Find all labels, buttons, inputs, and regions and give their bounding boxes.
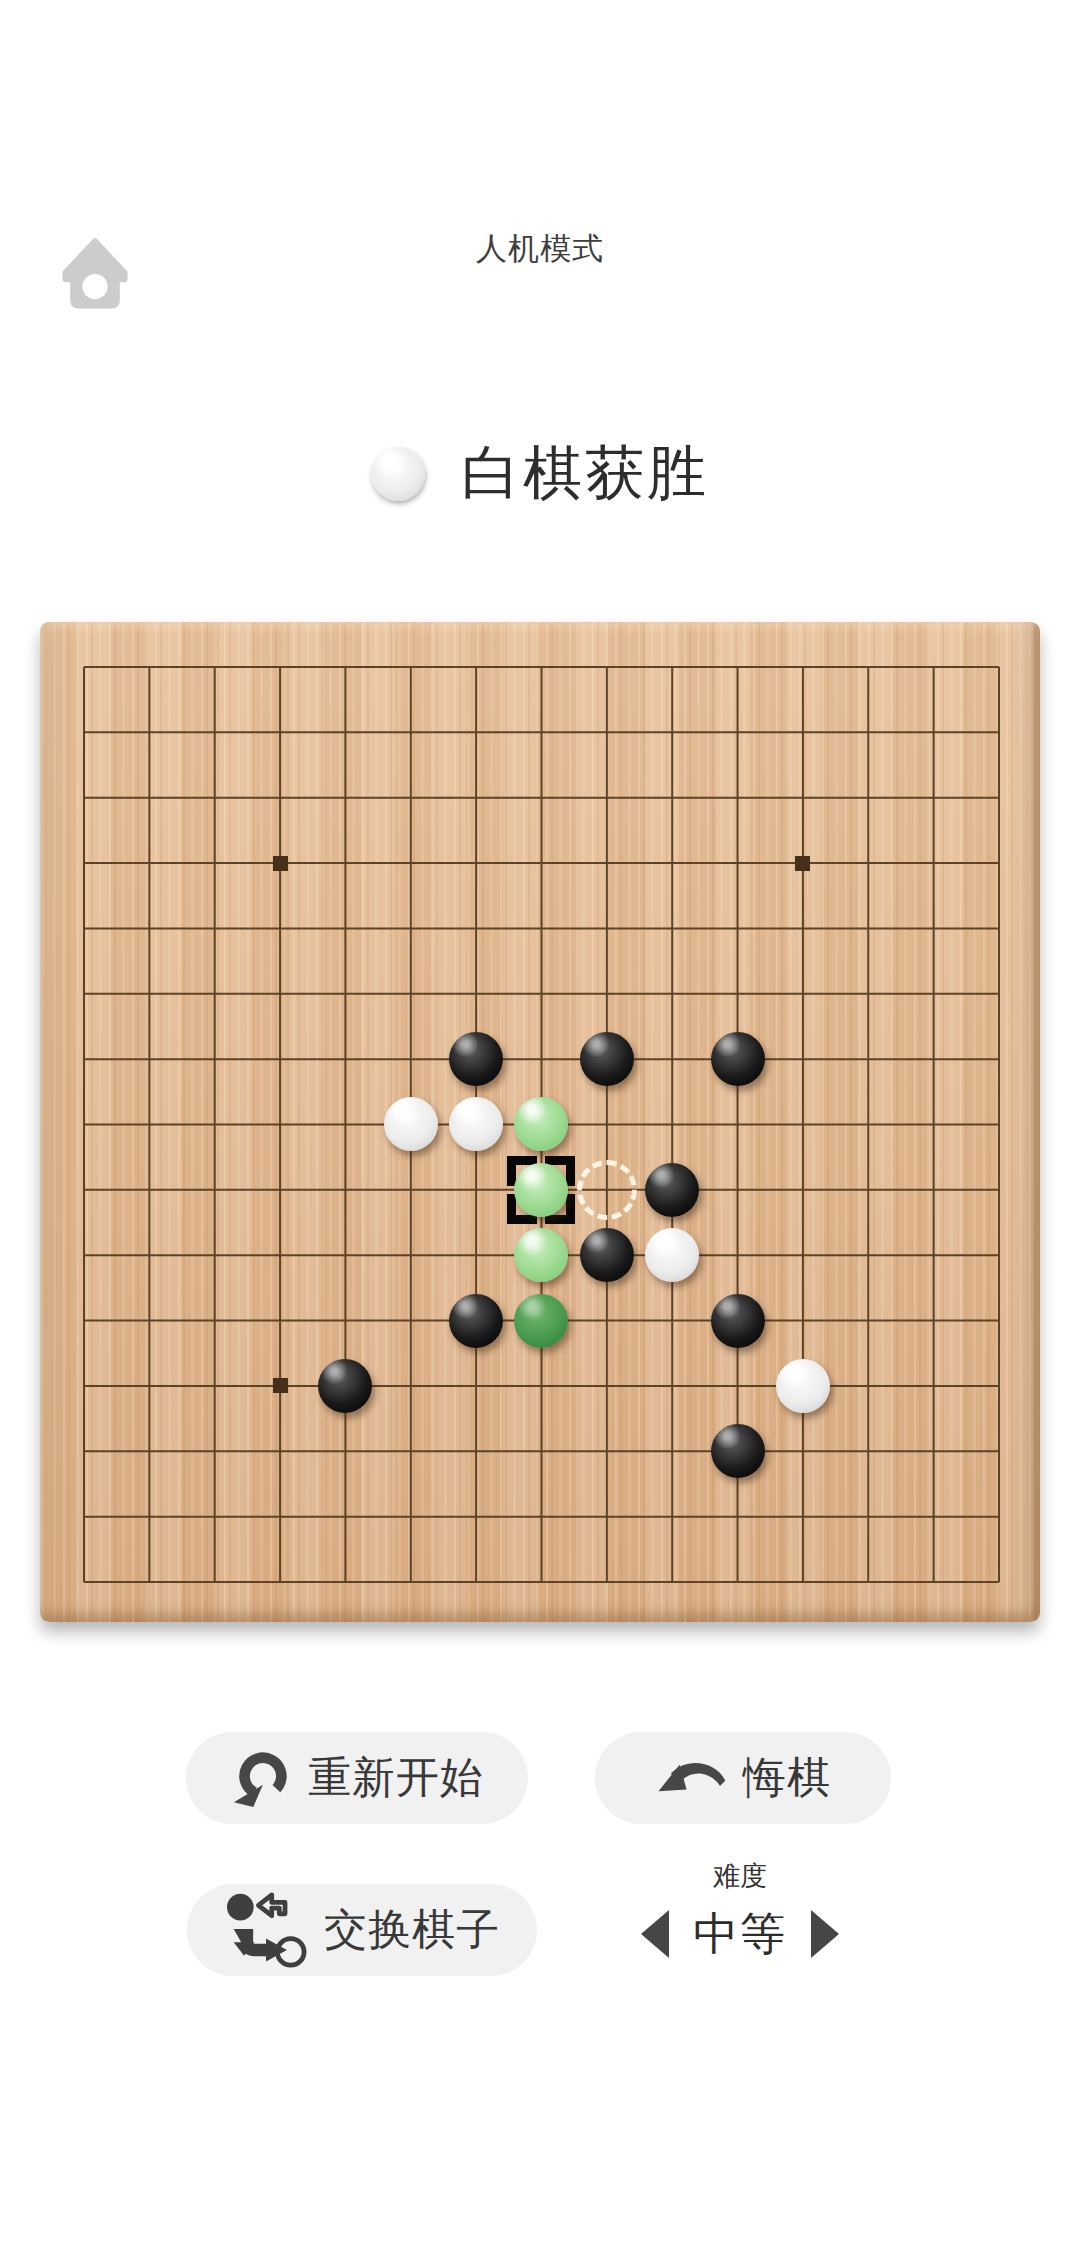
page-title: 人机模式 bbox=[0, 228, 1080, 270]
stone-black bbox=[711, 1294, 765, 1348]
difficulty-label: 难度 bbox=[615, 1858, 865, 1894]
undo-label: 悔棋 bbox=[743, 1749, 831, 1807]
stone-black bbox=[711, 1424, 765, 1478]
swap-pieces-button[interactable]: 交换棋子 bbox=[187, 1884, 537, 1976]
difficulty-control: 难度 中等 bbox=[615, 1858, 865, 1964]
stone-green-dark bbox=[514, 1294, 568, 1348]
stone-white bbox=[384, 1097, 438, 1151]
white-stone-icon bbox=[371, 447, 425, 501]
stone-green-light bbox=[514, 1163, 568, 1217]
star-point bbox=[273, 856, 288, 871]
swap-pieces-label: 交换棋子 bbox=[324, 1901, 500, 1959]
restart-button[interactable]: 重新开始 bbox=[186, 1732, 528, 1824]
difficulty-value: 中等 bbox=[693, 1904, 787, 1964]
stone-black bbox=[711, 1032, 765, 1086]
stone-black bbox=[449, 1294, 503, 1348]
difficulty-prev-button[interactable] bbox=[641, 1910, 669, 1958]
restart-label: 重新开始 bbox=[308, 1749, 484, 1807]
undo-button[interactable]: 悔棋 bbox=[595, 1732, 891, 1824]
swap-pieces-icon bbox=[224, 1891, 308, 1969]
stone-black bbox=[318, 1359, 372, 1413]
stone-black bbox=[580, 1228, 634, 1282]
stone-black bbox=[580, 1032, 634, 1086]
stone-white bbox=[776, 1359, 830, 1413]
difficulty-next-button[interactable] bbox=[811, 1910, 839, 1958]
restart-icon bbox=[230, 1748, 292, 1808]
winner-banner: 白棋获胜 bbox=[0, 434, 1080, 514]
hint-ghost-circle bbox=[577, 1160, 637, 1220]
star-point bbox=[273, 1378, 288, 1393]
winner-text: 白棋获胜 bbox=[461, 434, 709, 514]
board[interactable] bbox=[40, 622, 1040, 1622]
stone-black bbox=[645, 1163, 699, 1217]
undo-icon bbox=[655, 1754, 727, 1802]
stone-black bbox=[449, 1032, 503, 1086]
star-point bbox=[795, 856, 810, 871]
